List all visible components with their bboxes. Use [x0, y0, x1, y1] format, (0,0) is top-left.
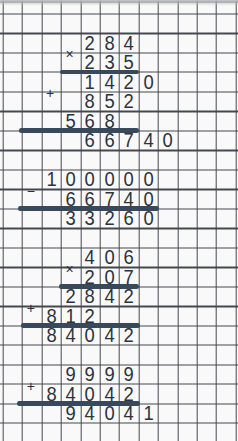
- multiply-sign: ×: [66, 262, 74, 276]
- digit-cell: 4: [119, 33, 138, 53]
- digit-cell: 5: [100, 92, 119, 112]
- digit-cell: 9: [119, 365, 138, 385]
- digit-cell: 2: [119, 72, 138, 92]
- answer-line: [60, 70, 140, 74]
- plus-sign: +: [46, 86, 54, 100]
- digit-cell: 2: [119, 287, 138, 307]
- digit-cell: 0: [119, 170, 138, 190]
- digit-cell: 9: [61, 404, 80, 424]
- digit-cell: 9: [100, 365, 119, 385]
- digit-cell: 8: [80, 92, 99, 112]
- digit-cell: 6: [100, 131, 119, 151]
- digit-cell: 9: [61, 365, 80, 385]
- digit-cell: 4: [139, 131, 158, 151]
- multiply-sign: ×: [66, 47, 74, 61]
- digit-cell: 2: [100, 209, 119, 229]
- answer-line: [59, 284, 140, 288]
- digit-cell: 9: [80, 365, 99, 385]
- answer-line: [21, 323, 141, 327]
- digit-cell: 4: [119, 404, 138, 424]
- digit-cell: 6: [119, 248, 138, 268]
- digit-cell: 4: [61, 326, 80, 346]
- digit-cell: 2: [119, 92, 138, 112]
- digit-cell: 0: [100, 248, 119, 268]
- plus-sign: +: [27, 379, 35, 393]
- digit-cell: 4: [80, 404, 99, 424]
- digit-cell: 8: [80, 287, 99, 307]
- screenshot-stage: 2842351420852568667401000006674033260406…: [0, 0, 238, 441]
- digit-cell: 3: [61, 209, 80, 229]
- answer-line: [17, 401, 140, 405]
- digit-cell: 8: [42, 326, 61, 346]
- digit-cell: 0: [80, 170, 99, 190]
- top-edge-fade: [0, 0, 238, 6]
- digit-cell: 7: [119, 131, 138, 151]
- digit-cell: 2: [119, 326, 138, 346]
- answer-line: [18, 206, 159, 210]
- digit-cell: 0: [80, 326, 99, 346]
- digit-cell: 1: [139, 404, 158, 424]
- digit-cell: 6: [119, 209, 138, 229]
- digit-cell: 4: [100, 287, 119, 307]
- digit-cell: 0: [139, 209, 158, 229]
- digit-cell: 1: [80, 72, 99, 92]
- digit-cell: 4: [100, 72, 119, 92]
- digit-cell: 0: [139, 170, 158, 190]
- digit-cell: 8: [100, 33, 119, 53]
- plus-sign: +: [27, 301, 35, 315]
- squared-paper-board: 2842351420852568667401000006674033260406…: [0, 0, 238, 441]
- digit-cell: 0: [61, 170, 80, 190]
- digit-cell: 0: [100, 404, 119, 424]
- digit-cell: 6: [80, 131, 99, 151]
- digit-cell: 2: [61, 287, 80, 307]
- digit-cell: 2: [80, 33, 99, 53]
- digit-cell: 1: [42, 170, 61, 190]
- digit-cell: 4: [80, 248, 99, 268]
- minus-sign: −: [27, 184, 35, 198]
- answer-line: [19, 128, 139, 132]
- digit-cell: 0: [139, 72, 158, 92]
- digit-cell: 3: [80, 209, 99, 229]
- digit-cell: 0: [100, 170, 119, 190]
- digit-cell: 4: [100, 326, 119, 346]
- digit-cell: 0: [158, 131, 177, 151]
